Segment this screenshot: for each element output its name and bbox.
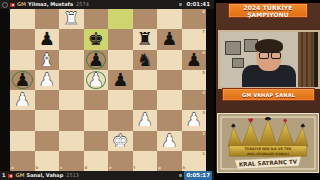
rank-label-6: 6 (202, 51, 205, 55)
white-pawn-g2: ♟ (161, 131, 177, 149)
square-c4[interactable] (59, 90, 84, 110)
glasses-icon (271, 52, 281, 59)
white-pawn-a4: ♟ (14, 91, 30, 109)
top-player-clock: 0:01:41 (184, 0, 212, 9)
square-g7[interactable]: ♟ (157, 29, 182, 49)
square-h4[interactable]: 4 (182, 90, 207, 110)
square-b6[interactable]: ♝ (35, 50, 60, 70)
square-a1[interactable]: a (10, 151, 35, 171)
bottom-player-bar: 1 GM Sanal, Vahap 2513 0:05:17 (0, 171, 214, 180)
file-label-c: c (60, 166, 62, 170)
square-g3[interactable] (157, 110, 182, 130)
crown-logo: ♠ ♥ ♣ ♦ ♠ TÜRKİYE'NİN İLK VE TEK AKIL OY… (227, 117, 309, 169)
square-d4[interactable] (84, 90, 109, 110)
square-f6[interactable]: ♞ (133, 50, 158, 70)
square-f3[interactable]: ♟ (133, 110, 158, 130)
suit-spade-icon: ♠ (300, 122, 306, 130)
square-f5[interactable] (133, 70, 158, 90)
square-a7[interactable] (10, 29, 35, 49)
square-e8[interactable] (108, 9, 133, 29)
black-pawn-e5: ♟ (112, 70, 128, 88)
white-pawn-b5: ♟ (39, 70, 55, 88)
square-a4[interactable]: ♟ (10, 90, 35, 110)
square-h6[interactable]: ♟6 (182, 50, 207, 70)
logo-band-line2: AKIL OYUNLARI KANALI (247, 152, 289, 156)
square-d7[interactable]: ♚ (84, 29, 109, 49)
glasses-icon (259, 52, 269, 59)
file-label-d: d (85, 166, 88, 170)
square-a6[interactable] (10, 50, 35, 70)
square-a8[interactable] (10, 9, 35, 29)
white-pawn-f3: ♟ (137, 111, 153, 129)
square-f2[interactable] (133, 131, 158, 151)
suit-spade-icon: ♠ (230, 122, 236, 130)
championship-title-banner: 2024 TÜRKİYE ŞAMPİYONU (228, 3, 308, 18)
rank-label-5: 5 (202, 71, 205, 75)
black-pawn-d6: ♟ (88, 50, 104, 68)
black-rook-f7: ♜ (137, 30, 153, 48)
square-e3[interactable] (108, 110, 133, 130)
square-c1[interactable]: c (59, 151, 84, 171)
square-e2[interactable]: ♚ (108, 131, 133, 151)
player-hair (255, 39, 283, 53)
square-f7[interactable]: ♜ (133, 29, 158, 49)
white-rook-c8: ♜ (63, 10, 79, 28)
rank-label-2: 2 (202, 132, 205, 136)
square-d1[interactable]: d (84, 151, 109, 171)
turkey-flag-icon-top (10, 3, 15, 7)
bottom-player-name: Sanal, Vahap (27, 171, 64, 180)
channel-logo-card: ♠ ♥ ♣ ♦ ♠ TÜRKİYE'NİN İLK VE TEK AKIL OY… (217, 113, 319, 173)
black-knight-f6: ♞ (137, 50, 153, 68)
file-label-a: a (11, 166, 14, 170)
suit-club-icon: ♣ (264, 117, 272, 123)
square-f8[interactable] (133, 9, 158, 29)
white-king-e2: ♚ (112, 131, 128, 149)
rank-label-3: 3 (202, 111, 205, 115)
white-pawn-d5: ♟ (88, 70, 104, 88)
file-label-e: e (109, 166, 112, 170)
square-e7[interactable] (108, 29, 133, 49)
square-g5[interactable] (157, 70, 182, 90)
turkey-flag-icon-bottom (8, 174, 13, 178)
square-e1[interactable]: e (108, 151, 133, 171)
black-pawn-b7: ♟ (39, 30, 55, 48)
file-label-f: f (134, 166, 136, 170)
square-g8[interactable] (157, 9, 182, 29)
square-a2[interactable] (10, 131, 35, 151)
rank-label-8: 8 (202, 10, 205, 14)
square-a5[interactable]: ♟ (10, 70, 35, 90)
square-b8[interactable] (35, 9, 60, 29)
square-h1[interactable]: 1h (182, 151, 207, 171)
rank-label-1: 1 (202, 152, 205, 156)
square-a3[interactable] (10, 110, 35, 130)
square-c2[interactable] (59, 131, 84, 151)
wall-picture-frame (225, 41, 241, 55)
square-e5[interactable]: ♟ (108, 70, 133, 90)
chess-board-area: GM Yilmaz, Mustafa 2574 0:01:41 ♜8♟♚♜♟7♝… (0, 0, 214, 180)
square-f1[interactable]: f (133, 151, 158, 171)
rank-label-4: 4 (202, 91, 205, 95)
white-bishop-b6: ♝ (39, 50, 55, 68)
square-d3[interactable] (84, 110, 109, 130)
square-g1[interactable]: g (157, 151, 182, 171)
square-h2[interactable]: 2 (182, 131, 207, 151)
square-h3[interactable]: ♟3 (182, 110, 207, 130)
bottom-player-title: GM (15, 171, 24, 180)
bottom-player-rating: 2513 (66, 171, 79, 180)
connection-icon-top (179, 3, 182, 6)
black-pawn-g7: ♟ (161, 30, 177, 48)
stream-screenshot: GM Yilmaz, Mustafa 2574 0:01:41 ♜8♟♚♜♟7♝… (0, 0, 320, 180)
square-e6[interactable] (108, 50, 133, 70)
black-pawn-h6: ♟ (186, 50, 202, 68)
square-f4[interactable] (133, 90, 158, 110)
file-label-b: b (36, 166, 39, 170)
square-b1[interactable]: b (35, 151, 60, 171)
webcam-shadow-edge (314, 32, 318, 87)
square-c3[interactable] (59, 110, 84, 130)
suit-diamond-icon: ♦ (282, 117, 288, 125)
square-b5[interactable]: ♟ (35, 70, 60, 90)
suit-heart-icon: ♥ (248, 117, 254, 125)
square-d6[interactable]: ♟ (84, 50, 109, 70)
bottom-player-clock: 0:05:17 (184, 171, 212, 180)
white-pawn-h3: ♟ (186, 111, 202, 129)
connection-icon-bottom (179, 174, 182, 177)
square-c6[interactable] (59, 50, 84, 70)
square-b7[interactable]: ♟ (35, 29, 60, 49)
stream-dot-icon (2, 2, 8, 8)
file-label-g: g (158, 166, 161, 170)
square-c8[interactable]: ♜ (59, 9, 84, 29)
file-label-h: h (183, 166, 186, 170)
square-c7[interactable] (59, 29, 84, 49)
top-player-title: GM (17, 0, 26, 9)
square-d5[interactable]: ♟ (84, 70, 109, 90)
square-b3[interactable] (35, 110, 60, 130)
player-name-banner: GM VAHAP ŞANAL (222, 88, 315, 101)
square-d8[interactable] (84, 9, 109, 29)
wall-picture-frame (232, 58, 244, 68)
square-h7[interactable]: 7 (182, 29, 207, 49)
square-g6[interactable] (157, 50, 182, 70)
board-number: 1 (2, 171, 5, 180)
top-player-bar: GM Yilmaz, Mustafa 2574 0:01:41 (0, 0, 214, 9)
black-pawn-a5: ♟ (14, 70, 30, 88)
rank-label-7: 7 (202, 30, 205, 34)
square-e4[interactable] (108, 90, 133, 110)
square-g4[interactable] (157, 90, 182, 110)
broadcast-panel: 2024 TÜRKİYE ŞAMPİYONU GM VAHAP ŞANAL (214, 0, 320, 180)
square-h5[interactable]: 5 (182, 70, 207, 90)
square-b2[interactable] (35, 131, 60, 151)
black-king-d7: ♚ (88, 30, 104, 48)
square-c5[interactable] (59, 70, 84, 90)
square-h8[interactable]: 8 (182, 9, 207, 29)
player-webcam (218, 30, 320, 89)
square-b4[interactable] (35, 90, 60, 110)
chess-board[interactable]: ♜8♟♚♜♟7♝♟♞♟6♟♟♟♟5♟4♟♟3♚♟2abcdefg1h (10, 9, 206, 171)
logo-band-line1: TÜRKİYE'NİN İLK VE TEK (245, 146, 292, 151)
square-d2[interactable] (84, 131, 109, 151)
square-g2[interactable]: ♟ (157, 131, 182, 151)
